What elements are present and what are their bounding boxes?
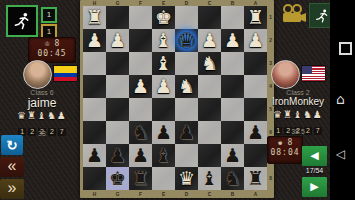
double-right-chevron-icon: » bbox=[8, 179, 17, 196]
left-triangle-icon: ◀ bbox=[310, 149, 318, 162]
square-c4[interactable] bbox=[198, 75, 221, 98]
white-queen-d8[interactable]: ♛ bbox=[175, 167, 198, 190]
square-g1[interactable] bbox=[106, 6, 129, 29]
square-a7[interactable] bbox=[244, 144, 267, 167]
square-e6[interactable]: ♟ bbox=[152, 121, 175, 144]
coord-label-G: G bbox=[108, 192, 126, 197]
black-knight-b8[interactable]: ♞ bbox=[221, 167, 244, 190]
square-a3[interactable] bbox=[244, 52, 267, 75]
white-player-name: jaime bbox=[0, 96, 84, 110]
quick-game-runner-button[interactable] bbox=[6, 5, 38, 37]
white-player-avatar bbox=[23, 60, 52, 89]
square-c5[interactable] bbox=[198, 98, 221, 121]
last-move-glow bbox=[178, 32, 195, 49]
chess-board-frame: HGFEDCBA ♜♚♜♟♟♝♛♟♟♟♝♞♟♟♞♞♟♟♟♟♟♟♝♟♚♜♛♝♞♜ … bbox=[80, 0, 274, 198]
white-bishop-e3[interactable]: ♝ bbox=[152, 52, 175, 75]
circular-arrow-icon: ↻ bbox=[7, 138, 18, 153]
black-king-clock-icon: ♚ bbox=[278, 138, 283, 147]
black-rook-a8[interactable]: ♜ bbox=[244, 167, 267, 190]
black-rook-f8[interactable]: ♜ bbox=[129, 167, 152, 190]
square-b2[interactable]: ♟ bbox=[221, 29, 244, 52]
fast-forward-button[interactable]: » bbox=[0, 179, 24, 199]
usa-flag-icon bbox=[301, 65, 326, 82]
black-bishop-e7[interactable]: ♝ bbox=[152, 144, 175, 167]
file-labels-bottom: HGFEDCBA bbox=[83, 191, 267, 198]
white-clock-time: 00:45 bbox=[29, 49, 75, 59]
square-d2[interactable]: ♛ bbox=[175, 29, 198, 52]
square-g3[interactable] bbox=[106, 52, 129, 75]
rewind-button[interactable]: « bbox=[0, 157, 24, 177]
square-c7[interactable] bbox=[198, 144, 221, 167]
square-f2[interactable] bbox=[129, 29, 152, 52]
square-h1[interactable]: ♜ bbox=[83, 6, 106, 29]
square-e4[interactable]: ♟ bbox=[152, 75, 175, 98]
square-g8[interactable]: ♚ bbox=[106, 167, 129, 190]
black-player-score: 38.5 bbox=[262, 128, 334, 135]
square-f6[interactable]: ♞ bbox=[129, 121, 152, 144]
runner-icon bbox=[314, 8, 330, 24]
white-knight-c3[interactable]: ♞ bbox=[198, 52, 221, 75]
black-pawn-b7[interactable]: ♟ bbox=[221, 144, 244, 167]
white-pawn-b2[interactable]: ♟ bbox=[221, 29, 244, 52]
square-f3[interactable] bbox=[129, 52, 152, 75]
square-e8[interactable] bbox=[152, 167, 175, 190]
next-move-button[interactable]: ▶ bbox=[302, 177, 327, 197]
black-knight-f6[interactable]: ♞ bbox=[129, 121, 152, 144]
square-d7[interactable] bbox=[175, 144, 198, 167]
square-f5[interactable] bbox=[129, 98, 152, 121]
black-bishop-c8[interactable]: ♝ bbox=[198, 167, 221, 190]
square-g7[interactable]: ♟ bbox=[106, 144, 129, 167]
square-c2[interactable]: ♟ bbox=[198, 29, 221, 52]
white-pawn-h2[interactable]: ♟ bbox=[83, 29, 106, 52]
coord-label-8: 8 bbox=[268, 169, 274, 187]
black-player-class: Class 2 bbox=[262, 89, 334, 96]
square-b6[interactable] bbox=[221, 121, 244, 144]
square-e3[interactable]: ♝ bbox=[152, 52, 175, 75]
coord-label-A: A bbox=[246, 192, 264, 197]
black-pawn-f7[interactable]: ♟ bbox=[129, 144, 152, 167]
square-h3[interactable] bbox=[83, 52, 106, 75]
coord-label-F: F bbox=[131, 1, 149, 6]
runner-icon bbox=[12, 11, 32, 31]
black-pawn-e6[interactable]: ♟ bbox=[152, 121, 175, 144]
square-e1[interactable]: ♚ bbox=[152, 6, 175, 29]
coord-label-E: E bbox=[154, 192, 172, 197]
white-bishop-e2[interactable]: ♝ bbox=[152, 29, 175, 52]
black-clock: ♚ 8 08:04 bbox=[267, 136, 303, 164]
square-b7[interactable]: ♟ bbox=[221, 144, 244, 167]
square-d5[interactable] bbox=[175, 98, 198, 121]
square-e7[interactable]: ♝ bbox=[152, 144, 175, 167]
square-b3[interactable] bbox=[221, 52, 244, 75]
square-h7[interactable]: ♟ bbox=[83, 144, 106, 167]
square-f1[interactable] bbox=[129, 6, 152, 29]
square-g5[interactable] bbox=[106, 98, 129, 121]
square-c1[interactable] bbox=[198, 6, 221, 29]
square-d3[interactable] bbox=[175, 52, 198, 75]
square-e5[interactable] bbox=[152, 98, 175, 121]
home-button[interactable]: ⌂ bbox=[336, 91, 355, 107]
back-button[interactable]: ◁ bbox=[336, 147, 345, 161]
white-pawn-a2[interactable]: ♟ bbox=[244, 29, 267, 52]
black-pawn-g7[interactable]: ♟ bbox=[106, 144, 129, 167]
coord-label-D: D bbox=[177, 1, 195, 6]
coord-label-E: E bbox=[154, 1, 172, 6]
black-clock-time: 08:04 bbox=[268, 148, 302, 158]
square-h5[interactable] bbox=[83, 98, 106, 121]
coord-label-B: B bbox=[223, 192, 241, 197]
coord-label-1: 1 bbox=[268, 8, 274, 26]
white-pawn-g2[interactable]: ♟ bbox=[106, 29, 129, 52]
white-king-clock-icon: ♔ bbox=[45, 39, 50, 48]
square-g2[interactable]: ♟ bbox=[106, 29, 129, 52]
square-h4[interactable] bbox=[83, 75, 106, 98]
square-d4[interactable]: ♞ bbox=[175, 75, 198, 98]
black-king-g8[interactable]: ♚ bbox=[106, 167, 129, 190]
square-f8[interactable]: ♜ bbox=[129, 167, 152, 190]
square-c6[interactable] bbox=[198, 121, 221, 144]
white-king-e1[interactable]: ♚ bbox=[152, 6, 175, 29]
white-pawn-e4[interactable]: ♟ bbox=[152, 75, 175, 98]
square-h8[interactable] bbox=[83, 167, 106, 190]
white-pawn-f4[interactable]: ♟ bbox=[129, 75, 152, 98]
square-c3[interactable]: ♞ bbox=[198, 52, 221, 75]
black-player-avatar bbox=[271, 60, 300, 89]
coord-label-F: F bbox=[131, 192, 149, 197]
square-a1[interactable]: ♜ bbox=[244, 6, 267, 29]
square-a8[interactable]: ♜ bbox=[244, 167, 267, 190]
right-triangle-icon: ▶ bbox=[310, 180, 318, 193]
double-left-chevron-icon: « bbox=[8, 157, 17, 174]
square-b4[interactable] bbox=[221, 75, 244, 98]
coord-label-C: C bbox=[200, 1, 218, 6]
coord-label-D: D bbox=[177, 192, 195, 197]
white-pawn-c2[interactable]: ♟ bbox=[198, 29, 221, 52]
square-d8[interactable]: ♛ bbox=[175, 167, 198, 190]
coord-label-G: G bbox=[108, 1, 126, 6]
white-rook-a1[interactable]: ♜ bbox=[244, 6, 267, 29]
usa-flag-canton bbox=[302, 66, 312, 74]
video-camera-icon[interactable] bbox=[280, 3, 307, 26]
white-rook-h1[interactable]: ♜ bbox=[83, 6, 106, 29]
coord-label-B: B bbox=[223, 1, 241, 6]
black-pawn-d6[interactable]: ♟ bbox=[175, 121, 198, 144]
coord-label-H: H bbox=[85, 192, 103, 197]
square-c8[interactable]: ♝ bbox=[198, 167, 221, 190]
square-h6[interactable] bbox=[83, 121, 106, 144]
square-d1[interactable] bbox=[175, 6, 198, 29]
square-b5[interactable] bbox=[221, 98, 244, 121]
square-f4[interactable]: ♟ bbox=[129, 75, 152, 98]
black-pawn-h7[interactable]: ♟ bbox=[83, 144, 106, 167]
previous-move-button[interactable]: ◀ bbox=[302, 146, 327, 166]
coord-label-2: 2 bbox=[268, 31, 274, 49]
square-g6[interactable] bbox=[106, 121, 129, 144]
recents-button[interactable] bbox=[339, 42, 352, 55]
square-g4[interactable] bbox=[106, 75, 129, 98]
square-b1[interactable] bbox=[221, 6, 244, 29]
white-player-class: Class 6 bbox=[0, 89, 84, 96]
chess-board[interactable]: ♜♚♜♟♟♝♛♟♟♟♝♞♟♟♞♞♟♟♟♟♟♟♝♟♚♜♛♝♞♜ bbox=[83, 6, 267, 190]
square-a2[interactable]: ♟ bbox=[244, 29, 267, 52]
square-b8[interactable]: ♞ bbox=[221, 167, 244, 190]
coord-label-H: H bbox=[85, 1, 103, 6]
black-player-name: IronMonkey bbox=[262, 96, 334, 107]
green-counter-badge[interactable]: 1 bbox=[41, 7, 57, 23]
white-knight-d4[interactable]: ♞ bbox=[175, 75, 198, 98]
colombia-flag-icon bbox=[53, 65, 78, 82]
coord-label-C: C bbox=[200, 192, 218, 197]
square-h2[interactable]: ♟ bbox=[83, 29, 106, 52]
square-f7[interactable]: ♟ bbox=[129, 144, 152, 167]
coord-label-A: A bbox=[246, 1, 264, 6]
square-e2[interactable]: ♝ bbox=[152, 29, 175, 52]
square-d6[interactable]: ♟ bbox=[175, 121, 198, 144]
restart-replay-button[interactable]: ↻ bbox=[1, 135, 23, 155]
move-counter: 17/54 bbox=[296, 167, 333, 174]
